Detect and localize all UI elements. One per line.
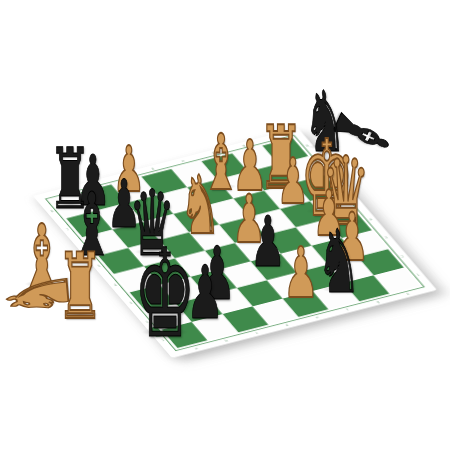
piece-black-pawn-e4[interactable]: ♟ [250,236,286,276]
pieces-layer: ♝♞♜♝♟♟♟♟♜♚♛♟♞♟♟♝♛♟♟♝♞♟♞♟♜♟♚ [0,0,450,450]
piece-black-knight-f2[interactable]: ♞ [317,256,362,306]
chess-set-photo: abcdefgh abcdefgh 87654321 87654321 ♝♞♜♝… [0,0,450,450]
piece-tan-pawn-e2[interactable]: ♟ [283,267,319,307]
piece-black-king-a2[interactable]: ♚ [134,286,197,356]
piece-tan-rook-offboard[interactable]: ♜ [57,280,104,332]
piece-tan-knight-offboard[interactable]: ♞ [16,271,59,319]
